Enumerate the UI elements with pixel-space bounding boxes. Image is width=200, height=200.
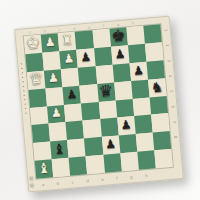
square-c3[interactable]	[61, 67, 80, 86]
square-a4[interactable]	[75, 30, 94, 49]
square-h1[interactable]: ♝	[35, 159, 54, 178]
square-h4[interactable]	[86, 155, 105, 174]
square-e2[interactable]: ♟	[47, 105, 66, 124]
white-pawn[interactable]: ♟	[41, 33, 59, 50]
square-a2[interactable]: ♟	[41, 33, 60, 52]
square-d1[interactable]	[28, 88, 47, 107]
square-h8[interactable]	[154, 149, 173, 168]
square-d4[interactable]	[80, 84, 99, 103]
square-d8[interactable]: ♞	[148, 78, 167, 97]
black-pawn[interactable]: ♟	[129, 61, 147, 78]
white-pawn[interactable]: ♟	[59, 50, 77, 67]
square-d5[interactable]: ♛	[97, 82, 116, 101]
square-d7[interactable]	[131, 79, 150, 98]
black-bishop[interactable]: ♝	[50, 140, 68, 157]
board-grid: ♚♟♜♚♟♟♟♛♟♟♟♛♞♟♟♝♟♝	[24, 24, 173, 178]
photo-background: ∙∙∙∙∙∙∙∙∙∙∙∙ ♕ ♕ abcdefgh abcdefgh 12345…	[0, 0, 200, 200]
square-c2[interactable]: ♟	[44, 69, 63, 88]
white-queen[interactable]: ♛	[27, 70, 45, 87]
square-h7[interactable]	[137, 150, 156, 169]
brand-logo-stamp: ♕ ♕	[28, 176, 35, 189]
square-d3[interactable]: ♟	[63, 85, 82, 104]
square-c7[interactable]: ♟	[129, 61, 148, 80]
square-h6[interactable]	[120, 152, 139, 171]
square-f1[interactable]	[32, 124, 51, 143]
square-f2[interactable]	[49, 122, 68, 141]
white-bishop[interactable]: ♝	[35, 159, 53, 176]
square-h2[interactable]	[52, 158, 71, 177]
square-e1[interactable]	[30, 106, 49, 125]
square-f7[interactable]	[134, 115, 153, 134]
square-b2[interactable]	[42, 51, 61, 70]
black-king[interactable]: ♚	[109, 27, 127, 44]
square-a5[interactable]	[92, 29, 111, 48]
square-b7[interactable]	[128, 44, 147, 63]
square-g1[interactable]	[33, 142, 52, 161]
black-pawn[interactable]: ♟	[117, 116, 135, 133]
black-queen[interactable]: ♛	[97, 82, 115, 99]
square-g5[interactable]: ♟	[101, 136, 120, 155]
white-pawn[interactable]: ♟	[47, 104, 65, 121]
square-e3[interactable]	[64, 103, 83, 122]
square-e4[interactable]	[81, 102, 100, 121]
square-e6[interactable]	[115, 99, 134, 118]
square-f4[interactable]	[83, 119, 102, 138]
square-g6[interactable]	[118, 134, 137, 153]
square-c6[interactable]	[112, 63, 131, 82]
square-f3[interactable]	[66, 121, 85, 140]
square-b5[interactable]	[94, 47, 113, 66]
square-g4[interactable]	[84, 137, 103, 156]
black-pawn[interactable]: ♟	[63, 85, 81, 102]
black-pawn[interactable]: ♟	[77, 48, 95, 65]
square-f5[interactable]	[100, 118, 119, 137]
square-f8[interactable]	[151, 113, 170, 132]
square-f6[interactable]: ♟	[117, 116, 136, 135]
square-d6[interactable]	[114, 81, 133, 100]
white-king[interactable]: ♚	[24, 35, 42, 52]
black-knight[interactable]: ♞	[148, 78, 166, 95]
square-a6[interactable]: ♚	[109, 27, 128, 46]
square-g8[interactable]	[153, 131, 172, 150]
square-c1[interactable]: ♛	[27, 70, 46, 89]
square-c4[interactable]	[78, 66, 97, 85]
square-e5[interactable]	[98, 100, 117, 119]
square-e7[interactable]	[132, 97, 151, 116]
square-a3[interactable]: ♜	[58, 32, 77, 51]
square-b3[interactable]: ♟	[59, 50, 78, 69]
square-b6[interactable]: ♟	[111, 45, 130, 64]
square-b8[interactable]	[145, 42, 164, 61]
square-a8[interactable]	[143, 24, 162, 43]
square-a7[interactable]	[126, 26, 145, 45]
square-h3[interactable]	[69, 156, 88, 175]
white-pawn[interactable]: ♟	[44, 69, 62, 86]
black-pawn[interactable]: ♟	[111, 45, 129, 62]
square-g3[interactable]	[67, 139, 86, 158]
square-a1[interactable]: ♚	[24, 35, 43, 54]
square-g2[interactable]: ♝	[50, 140, 69, 159]
black-pawn[interactable]: ♟	[101, 136, 119, 153]
square-e8[interactable]	[149, 96, 168, 115]
chess-board: ∙∙∙∙∙∙∙∙∙∙∙∙ ♕ ♕ abcdefgh abcdefgh 12345…	[14, 16, 184, 193]
crown-icon: ♕	[29, 182, 36, 189]
white-rook[interactable]: ♜	[58, 32, 76, 49]
square-c8[interactable]	[146, 60, 165, 79]
square-d2[interactable]	[46, 87, 65, 106]
square-b4[interactable]: ♟	[77, 48, 96, 67]
square-g7[interactable]	[136, 133, 155, 152]
square-h5[interactable]	[103, 153, 122, 172]
